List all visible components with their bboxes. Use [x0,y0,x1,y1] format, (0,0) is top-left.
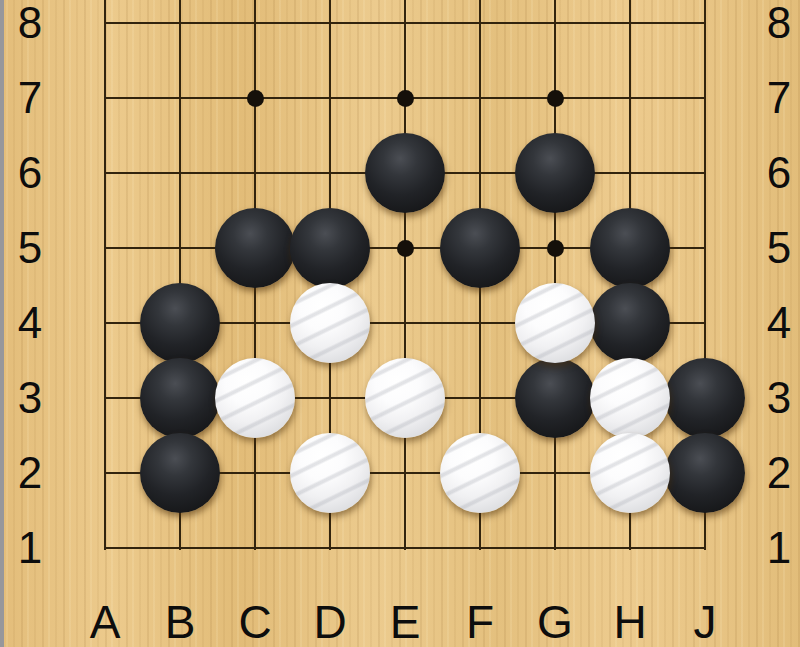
stone-white-G4 [515,283,595,363]
grid-vline-G [554,0,556,550]
stone-black-H4 [590,283,670,363]
row-label-right-1: 1 [751,522,800,574]
stone-black-B4 [140,283,220,363]
row-label-right-6: 6 [751,147,800,199]
column-label-D: D [293,596,367,647]
row-label-right-8: 8 [751,0,800,49]
row-label-right-5: 5 [751,222,800,274]
row-label-right-2: 2 [751,447,800,499]
stone-black-J2 [665,433,745,513]
stone-black-C5 [215,208,295,288]
row-label-left-3: 3 [2,372,58,424]
stone-white-H2 [590,433,670,513]
stone-black-B3 [140,358,220,438]
stone-white-E3 [365,358,445,438]
stone-white-C3 [215,358,295,438]
column-label-H: H [593,596,667,647]
grid-vline-A [104,0,106,550]
go-app-screen: ABCDEFGHJ8765432187654321 [0,0,800,647]
row-label-left-7: 7 [2,72,58,124]
star-point-E7 [397,90,414,107]
go-board[interactable]: ABCDEFGHJ8765432187654321 [0,0,800,647]
stone-black-G3 [515,358,595,438]
star-point-G7 [547,90,564,107]
column-label-E: E [368,596,442,647]
star-point-C7 [247,90,264,107]
column-label-B: B [143,596,217,647]
star-point-E5 [397,240,414,257]
stone-black-F5 [440,208,520,288]
stone-black-E6 [365,133,445,213]
stone-black-G6 [515,133,595,213]
column-label-G: G [518,596,592,647]
row-label-left-1: 1 [2,522,58,574]
stone-black-D5 [290,208,370,288]
column-label-F: F [443,596,517,647]
row-label-right-7: 7 [751,72,800,124]
row-label-left-4: 4 [2,297,58,349]
grid-vline-E [404,0,406,550]
row-label-left-8: 8 [2,0,58,49]
stone-black-J3 [665,358,745,438]
row-label-left-5: 5 [2,222,58,274]
stone-white-F2 [440,433,520,513]
stone-white-D2 [290,433,370,513]
star-point-G5 [547,240,564,257]
row-label-right-4: 4 [751,297,800,349]
window-edge-strip [0,0,4,647]
stone-black-B2 [140,433,220,513]
stone-black-H5 [590,208,670,288]
column-label-C: C [218,596,292,647]
row-label-right-3: 3 [751,372,800,424]
grid-hline-1 [104,547,706,549]
row-label-left-6: 6 [2,147,58,199]
stone-white-D4 [290,283,370,363]
stone-white-H3 [590,358,670,438]
column-label-A: A [68,596,142,647]
column-label-J: J [668,596,742,647]
row-label-left-2: 2 [2,447,58,499]
grid-hline-8 [104,22,706,24]
